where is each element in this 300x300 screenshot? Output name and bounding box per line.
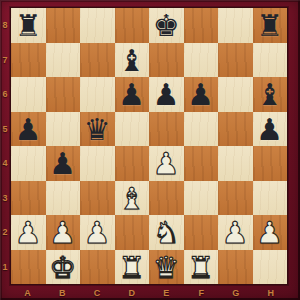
square-d5[interactable] [115,112,150,147]
square-g7[interactable] [218,43,253,78]
black-pawn-d6[interactable]: ♟ [115,77,150,112]
square-b1[interactable]: ♚ [46,250,81,285]
square-h8[interactable]: ♜ [253,8,288,43]
file-label-b: B [45,285,80,300]
square-g2[interactable]: ♟ [218,215,253,250]
square-f3[interactable] [184,181,219,216]
black-pawn-a5[interactable]: ♟ [11,112,46,147]
square-f2[interactable] [184,215,219,250]
square-e7[interactable] [149,43,184,78]
rank-label-8: 8 [0,8,10,43]
square-a6[interactable] [11,77,46,112]
square-g5[interactable] [218,112,253,147]
square-e8[interactable]: ♚ [149,8,184,43]
square-d3[interactable]: ♝ [115,181,150,216]
black-pawn-b4[interactable]: ♟ [46,146,81,181]
rank-label-7: 7 [0,43,10,78]
square-f8[interactable] [184,8,219,43]
board-frame: 87654321 ABCDEFGH ♜♚♜♝♟♟♟♝♟♛♟♟♟♝♟♟♟♞♟♟♚♜… [0,0,300,300]
square-a2[interactable]: ♟ [11,215,46,250]
square-f4[interactable] [184,146,219,181]
white-pawn-b2[interactable]: ♟ [46,215,81,250]
square-a7[interactable] [11,43,46,78]
file-labels: ABCDEFGH [10,285,288,300]
white-queen-e1[interactable]: ♛ [149,250,184,285]
white-pawn-a2[interactable]: ♟ [11,215,46,250]
square-c5[interactable]: ♛ [80,112,115,147]
square-h1[interactable] [253,250,288,285]
file-label-f: F [184,285,219,300]
white-bishop-d3[interactable]: ♝ [115,181,150,216]
white-rook-d1[interactable]: ♜ [115,250,150,285]
square-d2[interactable] [115,215,150,250]
white-pawn-c2[interactable]: ♟ [80,215,115,250]
square-b5[interactable] [46,112,81,147]
square-g6[interactable] [218,77,253,112]
square-b8[interactable] [46,8,81,43]
black-pawn-h5[interactable]: ♟ [253,112,288,147]
square-c1[interactable] [80,250,115,285]
square-a8[interactable]: ♜ [11,8,46,43]
square-c6[interactable] [80,77,115,112]
square-d1[interactable]: ♜ [115,250,150,285]
square-f6[interactable]: ♟ [184,77,219,112]
square-e6[interactable]: ♟ [149,77,184,112]
white-pawn-e4[interactable]: ♟ [149,146,184,181]
square-a3[interactable] [11,181,46,216]
rank-label-3: 3 [0,181,10,216]
black-rook-h8[interactable]: ♜ [253,8,288,43]
square-h6[interactable]: ♝ [253,77,288,112]
square-c4[interactable] [80,146,115,181]
file-label-d: D [114,285,149,300]
chess-board[interactable]: ♜♚♜♝♟♟♟♝♟♛♟♟♟♝♟♟♟♞♟♟♚♜♛♜ [10,7,288,285]
file-label-h: H [253,285,288,300]
black-rook-a8[interactable]: ♜ [11,8,46,43]
rank-label-5: 5 [0,112,10,147]
black-queen-c5[interactable]: ♛ [80,112,115,147]
rank-label-2: 2 [0,215,10,250]
square-b7[interactable] [46,43,81,78]
square-h7[interactable] [253,43,288,78]
square-h5[interactable]: ♟ [253,112,288,147]
white-king-b1[interactable]: ♚ [46,250,81,285]
square-b3[interactable] [46,181,81,216]
square-a5[interactable]: ♟ [11,112,46,147]
square-d4[interactable] [115,146,150,181]
square-b6[interactable] [46,77,81,112]
square-d7[interactable]: ♝ [115,43,150,78]
square-c2[interactable]: ♟ [80,215,115,250]
white-knight-e2[interactable]: ♞ [149,215,184,250]
black-pawn-e6[interactable]: ♟ [149,77,184,112]
rank-label-1: 1 [0,250,10,285]
square-e1[interactable]: ♛ [149,250,184,285]
square-e4[interactable]: ♟ [149,146,184,181]
square-c3[interactable] [80,181,115,216]
square-h3[interactable] [253,181,288,216]
square-g4[interactable] [218,146,253,181]
black-king-e8[interactable]: ♚ [149,8,184,43]
square-b4[interactable]: ♟ [46,146,81,181]
square-c7[interactable] [80,43,115,78]
file-label-e: E [149,285,184,300]
square-g3[interactable] [218,181,253,216]
file-label-a: A [10,285,45,300]
square-h4[interactable] [253,146,288,181]
square-g1[interactable] [218,250,253,285]
black-bishop-h6[interactable]: ♝ [253,77,288,112]
rank-label-6: 6 [0,77,10,112]
black-pawn-f6[interactable]: ♟ [184,77,219,112]
white-pawn-g2[interactable]: ♟ [218,215,253,250]
square-f1[interactable]: ♜ [184,250,219,285]
square-e3[interactable] [149,181,184,216]
square-d8[interactable] [115,8,150,43]
square-a4[interactable] [11,146,46,181]
square-g8[interactable] [218,8,253,43]
square-f5[interactable] [184,112,219,147]
square-b2[interactable]: ♟ [46,215,81,250]
square-h2[interactable]: ♟ [253,215,288,250]
white-rook-f1[interactable]: ♜ [184,250,219,285]
file-label-g: G [219,285,254,300]
square-d6[interactable]: ♟ [115,77,150,112]
black-bishop-d7[interactable]: ♝ [115,43,150,78]
square-e5[interactable] [149,112,184,147]
square-e2[interactable]: ♞ [149,215,184,250]
white-pawn-h2[interactable]: ♟ [253,215,288,250]
rank-labels: 87654321 [0,8,10,284]
square-c8[interactable] [80,8,115,43]
square-f7[interactable] [184,43,219,78]
file-label-c: C [80,285,115,300]
rank-label-4: 4 [0,146,10,181]
square-a1[interactable] [11,250,46,285]
